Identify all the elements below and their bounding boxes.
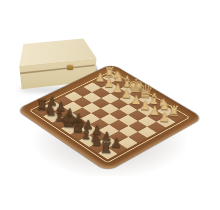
chess-set-product-photo: ♜♞♝♚♛♝♞♜♟♟♟♟♟♟♟♟♟♟♟♟♟♟♟♟♜♞♝♚♛♝♞♜ bbox=[0, 0, 220, 210]
chess-board bbox=[16, 64, 202, 171]
board-scene: ♜♞♝♚♛♝♞♜♟♟♟♟♟♟♟♟♟♟♟♟♟♟♟♟♜♞♝♚♛♝♞♜ bbox=[0, 0, 220, 210]
board-grid bbox=[35, 73, 185, 159]
